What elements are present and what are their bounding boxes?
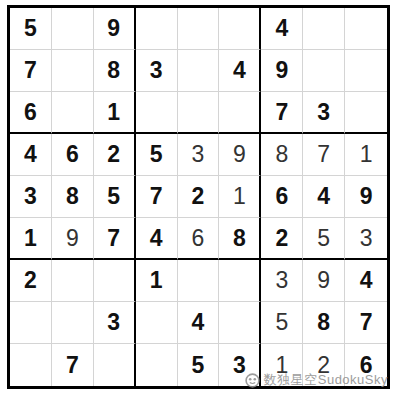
cell-r7c3[interactable]	[94, 260, 136, 302]
cell-r1c2[interactable]	[52, 8, 94, 50]
cell-r1c9[interactable]	[345, 8, 387, 50]
cell-r4c7[interactable]: 8	[261, 134, 303, 176]
cell-r8c5: 4	[178, 302, 220, 344]
cell-r6c5[interactable]: 6	[178, 218, 220, 260]
cell-r2c1: 7	[10, 50, 52, 92]
cell-r4c6[interactable]: 9	[219, 134, 261, 176]
cell-r5c2: 8	[52, 176, 94, 218]
cell-r1c6[interactable]	[219, 8, 261, 50]
cell-r6c3: 7	[94, 218, 136, 260]
cell-r1c4[interactable]	[136, 8, 178, 50]
cell-r5c8: 4	[303, 176, 345, 218]
cell-r3c7: 7	[261, 92, 303, 134]
cell-r8c1[interactable]	[10, 302, 52, 344]
cell-r8c9: 7	[345, 302, 387, 344]
cell-r2c2[interactable]	[52, 50, 94, 92]
cell-r1c1: 5	[10, 8, 52, 50]
cell-r8c3: 3	[94, 302, 136, 344]
cell-r6c8[interactable]: 5	[303, 218, 345, 260]
cell-r9c6: 3	[219, 344, 261, 386]
cell-r6c2[interactable]: 9	[52, 218, 94, 260]
cell-r8c6[interactable]	[219, 302, 261, 344]
cell-r4c1: 4	[10, 134, 52, 176]
cell-r9c2: 7	[52, 344, 94, 386]
cell-r1c8[interactable]	[303, 8, 345, 50]
cell-r3c2[interactable]	[52, 92, 94, 134]
cell-r3c9[interactable]	[345, 92, 387, 134]
cell-r1c3: 9	[94, 8, 136, 50]
cell-r4c2: 6	[52, 134, 94, 176]
cell-r7c1: 2	[10, 260, 52, 302]
cell-r7c6[interactable]	[219, 260, 261, 302]
cell-r6c4: 4	[136, 218, 178, 260]
cell-r9c1[interactable]	[10, 344, 52, 386]
cell-r4c9[interactable]: 1	[345, 134, 387, 176]
cell-r1c7: 4	[261, 8, 303, 50]
cell-r7c9: 4	[345, 260, 387, 302]
cell-r3c3: 1	[94, 92, 136, 134]
cell-r7c4: 1	[136, 260, 178, 302]
cell-r2c8[interactable]	[303, 50, 345, 92]
cell-r2c4: 3	[136, 50, 178, 92]
cell-r8c2[interactable]	[52, 302, 94, 344]
cell-r3c5[interactable]	[178, 92, 220, 134]
cell-r8c7[interactable]: 5	[261, 302, 303, 344]
cell-r7c5[interactable]	[178, 260, 220, 302]
cell-r4c5[interactable]: 3	[178, 134, 220, 176]
sudoku-page: 5947834961734625398713857216491974682532…	[0, 0, 400, 400]
cell-r7c2[interactable]	[52, 260, 94, 302]
cell-r6c7: 2	[261, 218, 303, 260]
cell-r9c8[interactable]: 2	[303, 344, 345, 386]
cell-r3c4[interactable]	[136, 92, 178, 134]
cell-r5c5: 2	[178, 176, 220, 218]
cell-r6c9[interactable]: 3	[345, 218, 387, 260]
cell-r3c6[interactable]	[219, 92, 261, 134]
cell-r9c5: 5	[178, 344, 220, 386]
cell-r6c1: 1	[10, 218, 52, 260]
cell-r4c3: 2	[94, 134, 136, 176]
cell-r2c9[interactable]	[345, 50, 387, 92]
cell-r1c5[interactable]	[178, 8, 220, 50]
cell-r7c8[interactable]: 9	[303, 260, 345, 302]
cell-r7c7[interactable]: 3	[261, 260, 303, 302]
cell-r4c8[interactable]: 7	[303, 134, 345, 176]
cell-r5c4: 7	[136, 176, 178, 218]
cell-r4c4: 5	[136, 134, 178, 176]
cell-r9c3[interactable]	[94, 344, 136, 386]
cell-r5c9: 9	[345, 176, 387, 218]
cell-r5c1: 3	[10, 176, 52, 218]
cell-r2c6: 4	[219, 50, 261, 92]
cell-r2c5[interactable]	[178, 50, 220, 92]
cell-r9c4[interactable]	[136, 344, 178, 386]
cell-r3c1: 6	[10, 92, 52, 134]
cell-r8c4[interactable]	[136, 302, 178, 344]
cell-r9c7[interactable]: 1	[261, 344, 303, 386]
cell-r6c6: 8	[219, 218, 261, 260]
cell-r8c8: 8	[303, 302, 345, 344]
sudoku-board: 5947834961734625398713857216491974682532…	[7, 5, 390, 389]
cell-r3c8: 3	[303, 92, 345, 134]
cell-r2c3: 8	[94, 50, 136, 92]
cell-r9c9: 6	[345, 344, 387, 386]
cell-r5c3: 5	[94, 176, 136, 218]
cell-r5c7: 6	[261, 176, 303, 218]
cell-r5c6[interactable]: 1	[219, 176, 261, 218]
cell-r2c7: 9	[261, 50, 303, 92]
